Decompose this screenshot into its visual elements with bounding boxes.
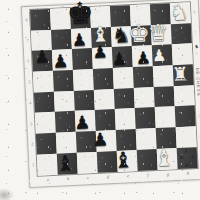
piece-black-pawn-d6: ♟ bbox=[92, 43, 108, 61]
square-b7 bbox=[51, 29, 72, 51]
square-g7: ♛ bbox=[151, 24, 172, 46]
chessboard-photo: ♚♞♟♝♞♚♛♟♟♟♟♟♟♜♟♟♝♝♝♟♟♟♟◆ 887766554433221… bbox=[0, 0, 200, 200]
piece-white-pawn-g6: ♟ bbox=[152, 48, 167, 65]
pawn-icon: ♟ bbox=[190, 154, 195, 159]
piece-white-bishop-g1: ♝ bbox=[154, 147, 175, 170]
file-label-d: d bbox=[100, 174, 116, 183]
square-c5 bbox=[73, 69, 94, 91]
square-a5 bbox=[33, 71, 54, 93]
rank-label-right-1: 1 bbox=[198, 155, 200, 160]
square-b5 bbox=[53, 70, 74, 92]
rank-label-left-8: 8 bbox=[23, 18, 29, 23]
square-h7 bbox=[171, 23, 192, 45]
square-h8: ♞ bbox=[170, 2, 191, 24]
file-label-a: a bbox=[40, 177, 56, 186]
square-b6: ♟ bbox=[52, 49, 73, 71]
piece-black-bishop-b1: ♝ bbox=[55, 152, 75, 174]
rank-label-left-4: 4 bbox=[27, 100, 33, 105]
photo-smudge bbox=[0, 188, 14, 200]
piece-black-pawn-d2: ♟ bbox=[92, 130, 109, 149]
square-g1: ♝ bbox=[157, 148, 178, 170]
diamond-icon: ◆ bbox=[185, 154, 188, 158]
pawn-icon: ♟ bbox=[184, 162, 189, 167]
brand-knight-icon: ♞ bbox=[194, 43, 199, 49]
square-h4 bbox=[174, 85, 195, 107]
rank-label-left-3: 3 bbox=[28, 121, 34, 126]
square-e1: ♝ bbox=[117, 150, 138, 172]
square-a4 bbox=[34, 92, 55, 114]
file-label-e: e bbox=[120, 173, 136, 182]
square-f4 bbox=[134, 87, 155, 109]
square-b3 bbox=[55, 111, 76, 133]
rank-label-right-2: 2 bbox=[197, 134, 200, 139]
square-c8: ♚ bbox=[70, 7, 91, 29]
file-label-g: g bbox=[160, 171, 176, 180]
square-f5 bbox=[133, 66, 154, 88]
square-c4 bbox=[74, 90, 95, 112]
square-a2 bbox=[36, 133, 57, 155]
piece-black-bishop-e1: ♝ bbox=[113, 149, 134, 172]
piece-white-rook-h5: ♜ bbox=[171, 64, 189, 84]
piece-black-pawn-a6: ♟ bbox=[34, 48, 50, 66]
piece-black-pawn-b6: ♟ bbox=[52, 52, 69, 71]
rank-label-left-7: 7 bbox=[24, 38, 30, 43]
square-a8 bbox=[30, 9, 51, 31]
piece-black-pawn-c3: ♟ bbox=[74, 113, 91, 132]
square-h2 bbox=[176, 126, 197, 148]
rank-label-left-5: 5 bbox=[26, 80, 32, 85]
piece-white-queen-g7: ♛ bbox=[147, 22, 169, 46]
corner-emblem: ♟♟♟♟◆ bbox=[179, 149, 196, 166]
square-g3 bbox=[155, 107, 176, 129]
square-g6: ♟ bbox=[152, 45, 173, 67]
square-h1: ♟♟♟♟◆ bbox=[177, 147, 198, 169]
square-a3 bbox=[35, 112, 56, 134]
square-g4 bbox=[154, 86, 175, 108]
piece-black-pawn-e6: ♟ bbox=[111, 50, 127, 68]
square-e5 bbox=[113, 67, 134, 89]
rank-label-left-1: 1 bbox=[30, 162, 36, 167]
file-label-c: c bbox=[80, 175, 96, 184]
square-h5: ♜ bbox=[173, 64, 194, 86]
file-label-h: h bbox=[180, 170, 196, 179]
rank-label-left-6: 6 bbox=[25, 59, 31, 64]
rank-label-left-2: 2 bbox=[29, 142, 35, 147]
square-c1 bbox=[77, 152, 98, 174]
square-d4 bbox=[94, 89, 115, 111]
pawn-icon: ♟ bbox=[179, 155, 184, 160]
square-f6: ♟ bbox=[132, 46, 153, 68]
square-e3 bbox=[115, 108, 136, 130]
file-label-b: b bbox=[60, 176, 76, 185]
square-c6 bbox=[72, 48, 93, 70]
square-c7: ♟ bbox=[71, 28, 92, 50]
chess-board: ♚♞♟♝♞♚♛♟♟♟♟♟♟♜♟♟♝♝♝♟♟♟♟◆ 887766554433221… bbox=[21, 0, 200, 188]
square-h3 bbox=[175, 106, 196, 128]
rank-label-right-7: 7 bbox=[192, 30, 198, 35]
square-b1: ♝ bbox=[57, 153, 78, 175]
piece-black-pawn-f6: ♟ bbox=[135, 49, 151, 67]
playing-area: ♚♞♟♝♞♚♛♟♟♟♟♟♟♜♟♟♝♝♝♟♟♟♟◆ bbox=[30, 2, 198, 175]
file-label-f: f bbox=[140, 172, 156, 181]
square-b4 bbox=[54, 91, 75, 113]
square-d5 bbox=[93, 68, 114, 90]
rank-label-right-3: 3 bbox=[196, 113, 200, 118]
rank-label-right-8: 8 bbox=[191, 10, 197, 15]
square-e4 bbox=[114, 88, 135, 110]
square-d6: ♟ bbox=[92, 47, 113, 69]
square-a6: ♟ bbox=[32, 50, 53, 72]
square-f3 bbox=[135, 108, 156, 130]
piece-black-pawn-c7: ♟ bbox=[71, 32, 87, 50]
square-e6: ♟ bbox=[112, 46, 133, 68]
piece-white-knight-h8: ♞ bbox=[169, 2, 189, 24]
